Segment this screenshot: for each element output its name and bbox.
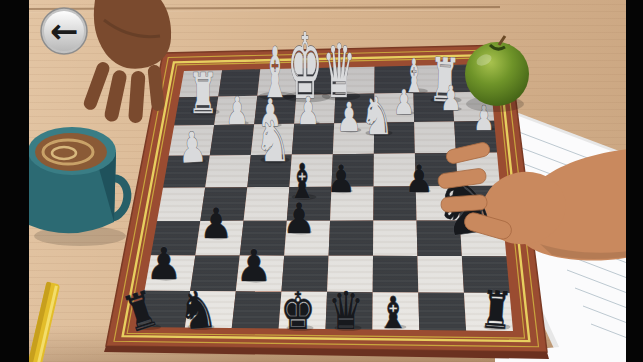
svg-text:♝: ♝ [377, 287, 409, 338]
left-hand [82, 0, 171, 123]
svg-text:♜: ♜ [188, 61, 218, 126]
svg-text:♞: ♞ [360, 86, 394, 147]
svg-text:♟: ♟ [327, 156, 356, 200]
svg-text:♞: ♞ [255, 109, 291, 174]
piece-black-queen-d8[interactable]: ♛ [328, 281, 364, 341]
piece-white-pawn-d2[interactable]: ♟ [336, 94, 361, 140]
piece-white-pawn-c2[interactable]: ♟ [393, 83, 414, 122]
pencil [28, 282, 61, 362]
piece-white-pawn-h3[interactable]: ♟ [177, 123, 208, 173]
piece-black-pawn-f7[interactable]: ♟ [236, 240, 272, 291]
svg-text:♟: ♟ [440, 79, 461, 118]
letterbox-left [0, 0, 29, 362]
piece-white-rook-h1[interactable]: ♜ [188, 61, 218, 126]
piece-black-knight-g8[interactable]: ♞ [176, 278, 220, 341]
piece-white-pawn-g2[interactable]: ♟ [225, 89, 248, 133]
back-button[interactable]: ← [41, 8, 87, 54]
mug-of-cocoa [28, 127, 131, 246]
piece-black-pawn-e6[interactable]: ♟ [282, 194, 315, 243]
svg-text:♟: ♟ [296, 89, 319, 133]
svg-text:♞: ♞ [176, 278, 220, 341]
back-arrow-icon: ← [50, 11, 79, 51]
letterbox-right [626, 0, 643, 362]
piece-black-king-e8[interactable]: ♚ [281, 280, 316, 341]
piece-white-pawn-b2[interactable]: ♟ [440, 79, 461, 118]
piece-black-pawn-g6[interactable]: ♟ [199, 199, 232, 248]
svg-text:♜: ♜ [478, 279, 514, 341]
piece-black-bishop-c8[interactable]: ♝ [377, 287, 409, 338]
piece-white-knight-f3[interactable]: ♞ [255, 109, 291, 174]
svg-text:♟: ♟ [236, 240, 272, 291]
svg-text:♟: ♟ [199, 199, 232, 248]
svg-text:♟: ♟ [225, 89, 248, 133]
svg-text:♛: ♛ [328, 281, 364, 341]
svg-text:♟: ♟ [177, 123, 208, 173]
svg-text:♟: ♟ [393, 83, 414, 122]
game-scene: ♝♝♛♚♜♟♜♟♟♟♟♟♟♞♞♟♟♟♝♟♞♟♟♟♜♞♝♜♚♛ ← [0, 0, 643, 362]
svg-text:♚: ♚ [281, 280, 316, 341]
svg-text:♟: ♟ [336, 94, 361, 140]
piece-white-pawn-e2[interactable]: ♟ [296, 89, 319, 133]
piece-white-knight-c3[interactable]: ♞ [360, 86, 394, 147]
svg-text:♟: ♟ [282, 194, 315, 243]
piece-black-rook-a8[interactable]: ♜ [478, 279, 514, 341]
piece-black-pawn-d5[interactable]: ♟ [327, 156, 356, 200]
